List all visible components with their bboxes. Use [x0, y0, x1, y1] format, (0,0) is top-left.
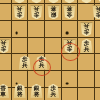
piece-gote-cutoff[interactable]: [80, 0, 93, 3]
square-r1c4[interactable]: 金将: [62, 4, 79, 21]
square-r6c2[interactable]: 銀将: [28, 88, 45, 100]
square-r1c1[interactable]: 歩兵: [12, 4, 29, 21]
annotation-circle: [61, 43, 80, 62]
square-r1c3[interactable]: 銀将: [45, 4, 62, 21]
square-r2c2[interactable]: [28, 21, 45, 38]
piece-kanji: 将: [67, 6, 73, 12]
piece-gote-cutoff[interactable]: [13, 0, 26, 3]
piece-kanji: 兵: [84, 47, 90, 53]
piece-kanji: 銀: [50, 12, 56, 18]
piece-kanji: 兵: [34, 6, 40, 12]
piece-gote[interactable]: 歩兵: [13, 5, 26, 19]
piece-gote-cutoff[interactable]: [30, 0, 43, 3]
piece-gote[interactable]: 歩兵: [0, 39, 10, 53]
piece-kanji: 将: [34, 92, 40, 98]
square-r1c2[interactable]: 歩兵: [28, 4, 45, 21]
square-r4c6[interactable]: [95, 54, 100, 71]
square-r3c6[interactable]: [95, 38, 100, 55]
square-r3c0[interactable]: 歩兵: [0, 38, 12, 55]
shogi-screenshot-viewport: 歩兵歩兵銀将金将歩兵歩兵歩兵歩兵歩兵歩兵歩兵香車銀将銀将歩兵: [0, 0, 100, 100]
piece-kanji: 歩: [95, 12, 100, 18]
square-r3c1[interactable]: [12, 38, 29, 55]
piece-kanji: 兵: [22, 63, 28, 69]
piece-kanji: 兵: [17, 6, 23, 12]
square-r6c6[interactable]: [95, 88, 100, 100]
square-r4c1[interactable]: 歩兵: [12, 54, 29, 71]
square-r2c4[interactable]: [62, 21, 79, 38]
square-r5c5[interactable]: [78, 71, 95, 88]
piece-gote[interactable]: 歩兵: [30, 5, 43, 19]
piece-gote[interactable]: 金将: [63, 5, 76, 19]
piece-kanji: 将: [17, 92, 23, 98]
square-r6c5[interactable]: [78, 88, 95, 100]
star-point: [65, 32, 68, 35]
piece-kanji: 歩: [17, 12, 23, 18]
square-r6c4[interactable]: [62, 88, 79, 100]
square-r3c5[interactable]: 歩兵: [78, 38, 95, 55]
piece-kanji: 車: [0, 92, 6, 98]
square-r1c5[interactable]: [78, 4, 95, 21]
square-r2c1[interactable]: [12, 21, 29, 38]
piece-kanji: 兵: [50, 92, 56, 98]
piece-gote-cutoff[interactable]: [63, 0, 76, 3]
square-r2c0[interactable]: [0, 21, 12, 38]
shogi-board: 歩兵歩兵銀将金将歩兵歩兵歩兵歩兵歩兵歩兵歩兵香車銀将銀将歩兵: [0, 0, 100, 100]
square-r5c4[interactable]: [62, 71, 79, 88]
piece-kanji: 兵: [84, 23, 90, 29]
piece-gote[interactable]: 銀将: [47, 5, 60, 19]
star-point: [65, 82, 68, 85]
square-r2c3[interactable]: [45, 21, 62, 38]
piece-gote-cutoff[interactable]: [47, 0, 60, 3]
piece-kanji: 兵: [0, 40, 6, 46]
square-r3c3[interactable]: [45, 38, 62, 55]
square-r3c2[interactable]: [28, 38, 45, 55]
piece-kanji: 将: [50, 6, 56, 12]
star-point: [15, 82, 18, 85]
square-r1c6[interactable]: 歩兵: [95, 4, 100, 21]
piece-gote-cutoff[interactable]: [97, 0, 100, 3]
annotation-circle: [33, 59, 51, 76]
square-r2c5[interactable]: 歩兵: [78, 21, 95, 38]
square-r4c0[interactable]: [0, 54, 12, 71]
square-r5c6[interactable]: [95, 71, 100, 88]
square-r6c0[interactable]: 香車: [0, 88, 12, 100]
piece-kanji: 歩: [84, 29, 90, 35]
piece-kanji: 歩: [34, 12, 40, 18]
piece-sente[interactable]: 歩兵: [80, 39, 93, 53]
square-r2c6[interactable]: [95, 21, 100, 38]
square-r4c5[interactable]: [78, 54, 95, 71]
square-r1c0[interactable]: [0, 4, 12, 21]
square-r6c3[interactable]: 歩兵: [45, 88, 62, 100]
star-point: [15, 32, 18, 35]
square-r6c1[interactable]: 銀将: [12, 88, 29, 100]
piece-gote[interactable]: 歩兵: [80, 22, 93, 36]
piece-kanji: 金: [67, 12, 73, 18]
piece-kanji: 兵: [95, 6, 100, 12]
